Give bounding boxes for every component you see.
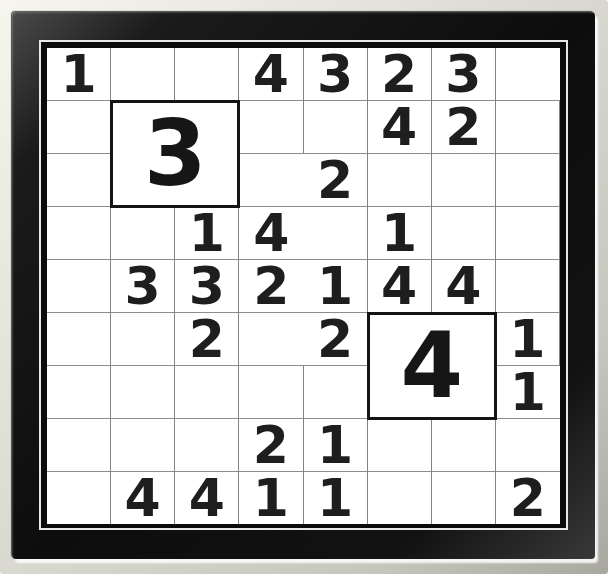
boxed-clue-4[interactable]: 4 bbox=[367, 312, 497, 420]
cell-r1c5[interactable]: 3 bbox=[304, 48, 368, 101]
cell-r7c2[interactable] bbox=[111, 419, 175, 472]
cell-r5c4[interactable] bbox=[496, 260, 560, 313]
cell-r6c7[interactable] bbox=[304, 366, 368, 419]
cell-r4c4[interactable] bbox=[496, 207, 560, 260]
cell-r7c4[interactable]: 2 bbox=[239, 419, 303, 472]
cell-r3c8[interactable]: 4 bbox=[239, 207, 303, 260]
cell-r5c3[interactable]: 4 bbox=[432, 260, 496, 313]
cell-r7c7[interactable] bbox=[432, 419, 496, 472]
cell-r7c8[interactable] bbox=[496, 419, 560, 472]
cell-r5c8[interactable] bbox=[239, 313, 303, 366]
cell-r8c5[interactable]: 1 bbox=[304, 472, 368, 524]
cell-r3c2[interactable] bbox=[368, 154, 432, 207]
cell-r7c3[interactable] bbox=[175, 419, 239, 472]
framed-puzzle: 143234221413321442211214411234 bbox=[0, 0, 608, 574]
cell-r2c3[interactable] bbox=[304, 101, 368, 154]
cell-r5c2[interactable]: 4 bbox=[368, 260, 432, 313]
cell-r7c1[interactable] bbox=[47, 419, 111, 472]
cell-r1c2[interactable] bbox=[111, 48, 175, 101]
cell-r2c1[interactable] bbox=[47, 101, 111, 154]
cell-r2c2[interactable] bbox=[239, 101, 303, 154]
cell-r8c8[interactable]: 2 bbox=[496, 472, 560, 524]
cell-r4c1[interactable] bbox=[304, 207, 368, 260]
cell-r8c1[interactable] bbox=[47, 472, 111, 524]
cell-r8c3[interactable]: 4 bbox=[175, 472, 239, 524]
cell-r2c8[interactable] bbox=[239, 154, 303, 207]
cell-r2c5[interactable]: 2 bbox=[432, 101, 496, 154]
cell-r7c6[interactable] bbox=[368, 419, 432, 472]
cell-r4c8[interactable]: 2 bbox=[239, 260, 303, 313]
cell-r1c1[interactable]: 1 bbox=[47, 48, 111, 101]
boxed-clue-3[interactable]: 3 bbox=[110, 100, 240, 208]
inner-mat-line: 143234221413321442211214411234 bbox=[39, 40, 568, 530]
cell-r6c2[interactable]: 1 bbox=[496, 313, 560, 366]
cell-r5c1[interactable]: 1 bbox=[304, 260, 368, 313]
cell-r6c6[interactable] bbox=[239, 366, 303, 419]
cell-r6c3[interactable] bbox=[47, 366, 111, 419]
cell-r8c6[interactable] bbox=[368, 472, 432, 524]
cell-r1c3[interactable] bbox=[175, 48, 239, 101]
cell-r4c6[interactable]: 3 bbox=[111, 260, 175, 313]
cell-r7c5[interactable]: 1 bbox=[304, 419, 368, 472]
outer-bevel-frame: 143234221413321442211214411234 bbox=[0, 0, 608, 574]
cell-r6c5[interactable] bbox=[175, 366, 239, 419]
cell-r8c4[interactable]: 1 bbox=[239, 472, 303, 524]
cell-r3c1[interactable]: 2 bbox=[304, 154, 368, 207]
cell-r3c5[interactable] bbox=[47, 207, 111, 260]
cell-r3c3[interactable] bbox=[432, 154, 496, 207]
cell-r5c6[interactable] bbox=[111, 313, 175, 366]
cell-r4c5[interactable] bbox=[47, 260, 111, 313]
cell-r8c7[interactable] bbox=[432, 472, 496, 524]
cell-r2c7[interactable] bbox=[47, 154, 111, 207]
cell-r3c6[interactable] bbox=[111, 207, 175, 260]
cell-r6c8[interactable]: 1 bbox=[496, 366, 560, 419]
cell-r4c7[interactable]: 3 bbox=[175, 260, 239, 313]
cell-r2c4[interactable]: 4 bbox=[368, 101, 432, 154]
cell-r4c2[interactable]: 1 bbox=[368, 207, 432, 260]
cell-r8c2[interactable]: 4 bbox=[111, 472, 175, 524]
cell-r4c3[interactable] bbox=[432, 207, 496, 260]
cell-r3c7[interactable]: 1 bbox=[175, 207, 239, 260]
cell-r5c5[interactable] bbox=[47, 313, 111, 366]
cell-r3c4[interactable] bbox=[496, 154, 560, 207]
cell-r6c4[interactable] bbox=[111, 366, 175, 419]
cell-r2c6[interactable] bbox=[496, 101, 560, 154]
cell-r1c8[interactable] bbox=[496, 48, 560, 101]
cell-r6c1[interactable]: 2 bbox=[304, 313, 368, 366]
cell-r5c7[interactable]: 2 bbox=[175, 313, 239, 366]
cell-r1c7[interactable]: 3 bbox=[432, 48, 496, 101]
puzzle-board: 143234221413321442211214411234 bbox=[47, 48, 560, 522]
black-frame: 143234221413321442211214411234 bbox=[12, 12, 595, 559]
cell-r1c6[interactable]: 2 bbox=[368, 48, 432, 101]
cell-r1c4[interactable]: 4 bbox=[239, 48, 303, 101]
